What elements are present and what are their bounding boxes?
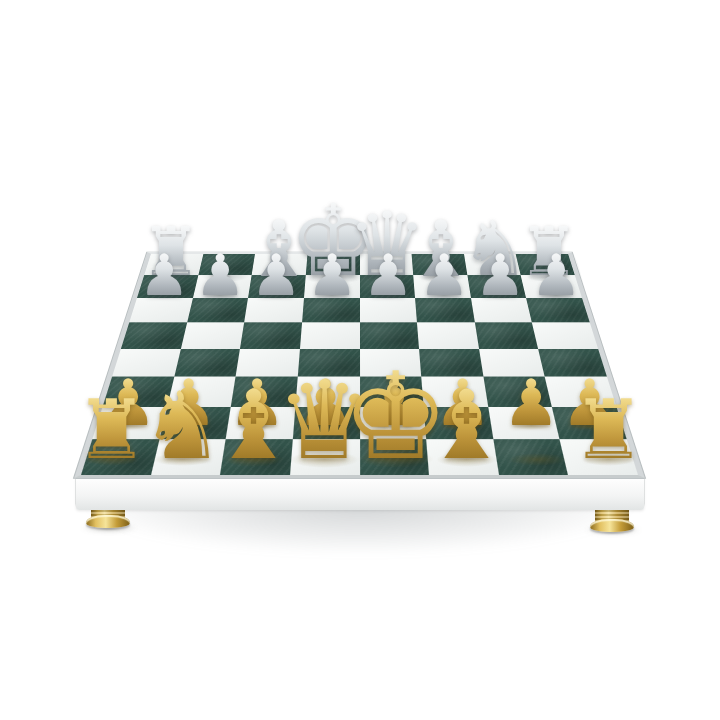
piece-silver-pawn-f7: ♟ [415,247,472,304]
piece-silver-pawn-h7: ♟ [527,247,584,304]
square-c5 [240,322,302,348]
square-g5 [475,322,539,348]
square-d5 [300,322,360,348]
piece-silver-pawn-c7: ♟ [247,247,304,304]
chess-set-photo: ♜♞♝♚♛♝♞♜♟♟♟♟♟♟♟♟♟♟♟♟♟♟♟♟♜♞♝♛♚♝♞♜ [0,0,720,720]
piece-silver-pawn-g7: ♟ [471,247,528,304]
square-f5 [417,322,479,348]
square-e5 [360,322,420,348]
piece-silver-pawn-d7: ♟ [303,247,360,304]
square-b5 [181,322,245,348]
piece-silver-pawn-a7: ♟ [135,247,192,304]
piece-silver-pawn-b7: ♟ [191,247,248,304]
piece-gold-rook-h1: ♜ [568,390,650,472]
piece-silver-pawn-e7: ♟ [359,247,416,304]
square-h5 [532,322,598,348]
square-a5 [121,322,187,348]
